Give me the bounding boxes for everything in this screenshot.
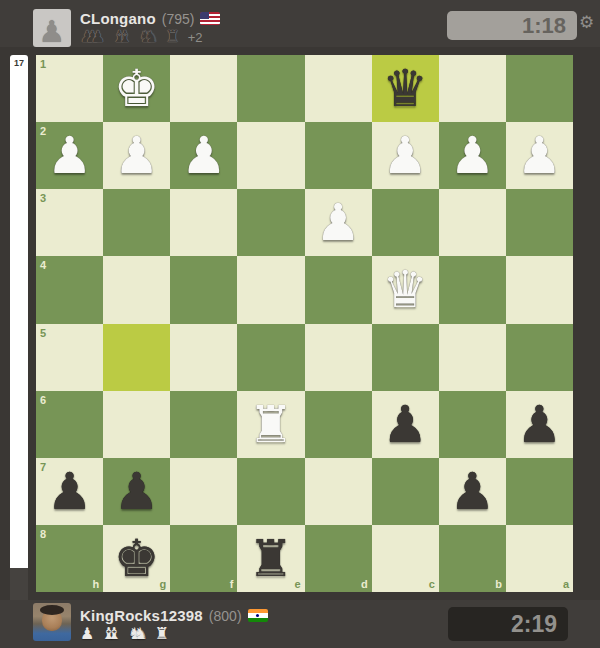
file-label-f: f	[230, 578, 234, 590]
square-a2[interactable]: ♟	[506, 122, 573, 189]
evaluation-white-portion	[10, 55, 28, 568]
white-pawn-a2[interactable]: ♟	[517, 130, 563, 181]
india-flag-icon	[248, 609, 268, 622]
square-h4[interactable]: 4	[36, 256, 103, 323]
file-label-a: a	[563, 578, 569, 590]
top-player-avatar[interactable]: ♟	[33, 9, 71, 47]
top-player-clock: 1:18	[447, 11, 577, 40]
square-f5[interactable]	[170, 324, 237, 391]
square-f4[interactable]	[170, 256, 237, 323]
black-pawn-h7[interactable]: ♟	[47, 466, 93, 517]
chess-board: 1♚♛2♟♟♟♟♟♟3♟4♛56♜♟♟7♟♟♟8hg♚fe♜dcba	[36, 55, 573, 592]
black-queen-c1[interactable]: ♛	[382, 63, 428, 114]
square-c5[interactable]	[372, 324, 439, 391]
white-pawn-d3[interactable]: ♟	[315, 197, 361, 248]
square-d1[interactable]	[305, 55, 372, 122]
top-player-rating: (795)	[162, 11, 195, 27]
captured-rook-group: ♜	[165, 28, 179, 46]
white-pawn-g2[interactable]: ♟	[114, 130, 160, 181]
top-player-info: CLongano (795) ♟♟♟♝♝♞♞♜+2	[80, 0, 220, 46]
captured-knight-icon: ♞	[133, 625, 147, 643]
rank-label-3: 3	[40, 192, 46, 204]
material-advantage: +2	[188, 30, 203, 45]
captured-bishop-icon: ♝	[107, 625, 121, 643]
white-rook-e6[interactable]: ♜	[248, 399, 294, 450]
square-f8[interactable]: f	[170, 525, 237, 592]
square-f3[interactable]	[170, 189, 237, 256]
rank-label-7: 7	[40, 461, 46, 473]
square-h7[interactable]: 7♟	[36, 458, 103, 525]
bottom-player-avatar[interactable]	[33, 603, 71, 641]
white-pawn-h2[interactable]: ♟	[47, 130, 93, 181]
file-label-d: d	[361, 578, 368, 590]
captured-rook-group: ♜	[155, 625, 169, 643]
square-g5[interactable]	[103, 324, 170, 391]
square-c8[interactable]: c	[372, 525, 439, 592]
file-label-e: e	[294, 578, 300, 590]
black-rook-e8[interactable]: ♜	[248, 533, 294, 584]
square-e5[interactable]	[237, 324, 304, 391]
bottom-player-rating: (800)	[209, 608, 242, 624]
square-e8[interactable]: e♜	[237, 525, 304, 592]
white-pawn-f2[interactable]: ♟	[181, 130, 227, 181]
bottom-player-info: KingRocks12398 (800) ♟♝♝♞♞♜	[80, 600, 268, 643]
square-e4[interactable]	[237, 256, 304, 323]
square-c6[interactable]: ♟	[372, 391, 439, 458]
black-king-g8[interactable]: ♚	[114, 533, 160, 584]
rank-label-1: 1	[40, 58, 46, 70]
square-a5[interactable]	[506, 324, 573, 391]
square-b3[interactable]	[439, 189, 506, 256]
black-pawn-c6[interactable]: ♟	[382, 399, 428, 450]
square-d2[interactable]	[305, 122, 372, 189]
square-d7[interactable]	[305, 458, 372, 525]
square-c4[interactable]: ♛	[372, 256, 439, 323]
square-b5[interactable]	[439, 324, 506, 391]
us-flag-icon	[200, 12, 220, 25]
square-d8[interactable]: d	[305, 525, 372, 592]
captured-knight-icon: ♞	[144, 28, 158, 46]
square-g1[interactable]: ♚	[103, 55, 170, 122]
bottom-player-clock: 2:19	[448, 607, 568, 641]
square-a7[interactable]	[506, 458, 573, 525]
captured-rook-icon: ♜	[155, 625, 169, 643]
captured-pawn-icon: ♟	[80, 625, 94, 643]
square-b8[interactable]: b	[439, 525, 506, 592]
bottom-player-name[interactable]: KingRocks12398	[80, 607, 203, 624]
white-pawn-b2[interactable]: ♟	[449, 130, 495, 181]
square-e7[interactable]	[237, 458, 304, 525]
rank-label-6: 6	[40, 394, 46, 406]
square-c2[interactable]: ♟	[372, 122, 439, 189]
white-pawn-c2[interactable]: ♟	[382, 130, 428, 181]
square-a4[interactable]	[506, 256, 573, 323]
square-d5[interactable]	[305, 324, 372, 391]
black-pawn-b7[interactable]: ♟	[449, 466, 495, 517]
square-d3[interactable]: ♟	[305, 189, 372, 256]
square-f2[interactable]: ♟	[170, 122, 237, 189]
square-a6[interactable]: ♟	[506, 391, 573, 458]
square-f7[interactable]	[170, 458, 237, 525]
bottom-player-bar: KingRocks12398 (800) ♟♝♝♞♞♜ 2:19	[0, 600, 600, 648]
square-d6[interactable]	[305, 391, 372, 458]
square-f1[interactable]	[170, 55, 237, 122]
rank-label-8: 8	[40, 528, 46, 540]
square-g7[interactable]: ♟	[103, 458, 170, 525]
square-b1[interactable]	[439, 55, 506, 122]
square-e3[interactable]	[237, 189, 304, 256]
square-g8[interactable]: g♚	[103, 525, 170, 592]
black-pawn-a6[interactable]: ♟	[517, 399, 563, 450]
white-queen-c4[interactable]: ♛	[382, 264, 428, 315]
captured-rook-icon: ♜	[165, 28, 179, 46]
square-d4[interactable]	[305, 256, 372, 323]
square-h1[interactable]: 1	[36, 55, 103, 122]
square-g2[interactable]: ♟	[103, 122, 170, 189]
square-g6[interactable]	[103, 391, 170, 458]
captured-bishop-group: ♝♝	[101, 625, 121, 643]
square-c1[interactable]: ♛	[372, 55, 439, 122]
square-c7[interactable]	[372, 458, 439, 525]
file-label-b: b	[495, 578, 502, 590]
square-e6[interactable]: ♜	[237, 391, 304, 458]
square-a1[interactable]	[506, 55, 573, 122]
square-b7[interactable]: ♟	[439, 458, 506, 525]
square-f6[interactable]	[170, 391, 237, 458]
square-h5[interactable]: 5	[36, 324, 103, 391]
evaluation-bar: 17	[10, 55, 28, 603]
pawn-avatar-icon: ♟	[39, 17, 66, 47]
black-pawn-g7[interactable]: ♟	[114, 466, 160, 517]
square-h8[interactable]: 8h	[36, 525, 103, 592]
square-h6[interactable]: 6	[36, 391, 103, 458]
rank-label-2: 2	[40, 125, 46, 137]
captured-pawn-group: ♟♟♟	[80, 28, 105, 46]
bottom-captured-pieces: ♟♝♝♞♞♜	[80, 625, 268, 643]
rank-label-4: 4	[40, 259, 46, 271]
captured-bishop-icon: ♝	[117, 28, 131, 46]
captured-bishop-group: ♝♝	[112, 28, 132, 46]
evaluation-black-portion	[10, 568, 28, 603]
settings-gear-icon[interactable]: ⚙	[579, 14, 594, 31]
top-player-bar: ♟ CLongano (795) ♟♟♟♝♝♞♞♜+2 1:18 ⚙	[0, 0, 600, 47]
top-player-name[interactable]: CLongano	[80, 10, 156, 27]
white-king-g1[interactable]: ♚	[114, 63, 160, 114]
square-h2[interactable]: 2♟	[36, 122, 103, 189]
square-a3[interactable]	[506, 189, 573, 256]
file-label-g: g	[160, 578, 167, 590]
square-c3[interactable]	[372, 189, 439, 256]
square-g4[interactable]	[103, 256, 170, 323]
square-b4[interactable]	[439, 256, 506, 323]
square-e1[interactable]	[237, 55, 304, 122]
captured-pawn-group: ♟	[80, 625, 94, 643]
file-label-h: h	[92, 578, 99, 590]
evaluation-score: 17	[10, 58, 28, 68]
captured-knight-group: ♞♞	[139, 28, 159, 46]
square-b2[interactable]: ♟	[439, 122, 506, 189]
square-e2[interactable]	[237, 122, 304, 189]
square-b6[interactable]	[439, 391, 506, 458]
file-label-c: c	[429, 578, 435, 590]
top-captured-pieces: ♟♟♟♝♝♞♞♜+2	[80, 28, 220, 46]
square-h3[interactable]: 3	[36, 189, 103, 256]
captured-pawn-icon: ♟	[91, 28, 105, 46]
square-g3[interactable]	[103, 189, 170, 256]
captured-knight-group: ♞♞	[128, 625, 148, 643]
square-a8[interactable]: a	[506, 525, 573, 592]
rank-label-5: 5	[40, 327, 46, 339]
